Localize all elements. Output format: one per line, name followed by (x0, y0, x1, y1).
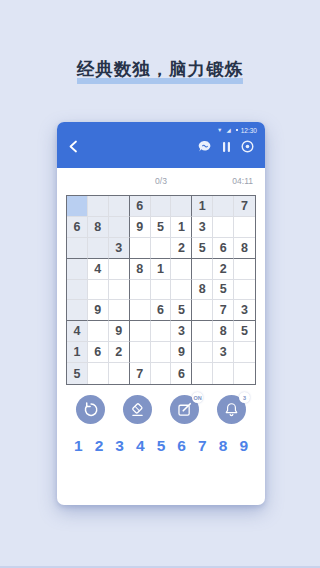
sudoku-cell-r2c6[interactable]: 1 (171, 217, 192, 238)
settings-button[interactable] (241, 140, 254, 153)
sudoku-cell-r2c7[interactable]: 3 (192, 217, 213, 238)
game-timer: 04:11 (232, 176, 253, 186)
sudoku-cell-r3c9[interactable]: 8 (234, 238, 255, 259)
sudoku-cell-r9c8[interactable] (213, 363, 234, 384)
sudoku-cell-r9c6[interactable]: 6 (171, 363, 192, 384)
sudoku-cell-r1c8[interactable] (213, 196, 234, 217)
numpad-2[interactable]: 2 (95, 437, 104, 455)
sudoku-cell-r4c2[interactable]: 4 (88, 259, 109, 280)
sudoku-cell-r7c2[interactable] (88, 321, 109, 342)
sudoku-cell-r7c3[interactable]: 9 (109, 321, 130, 342)
chat-icon (198, 140, 212, 153)
sudoku-cell-r7c4[interactable] (130, 321, 151, 342)
sudoku-cell-r8c4[interactable] (130, 342, 151, 363)
sudoku-cell-r5c1[interactable] (67, 280, 88, 301)
sudoku-cell-r6c8[interactable]: 7 (213, 300, 234, 321)
sudoku-cell-r1c7[interactable]: 1 (192, 196, 213, 217)
sudoku-cell-r4c1[interactable] (67, 259, 88, 280)
number-pad: 123456789 (57, 437, 265, 455)
bell-icon (223, 401, 240, 418)
sudoku-cell-r2c1[interactable]: 6 (67, 217, 88, 238)
numpad-1[interactable]: 1 (74, 437, 83, 455)
sudoku-cell-r3c1[interactable] (67, 238, 88, 259)
chat-button[interactable] (198, 140, 212, 153)
sudoku-cell-r1c6[interactable] (171, 196, 192, 217)
sudoku-cell-r1c2[interactable] (88, 196, 109, 217)
sudoku-cell-r3c8[interactable]: 6 (213, 238, 234, 259)
sudoku-cell-r2c2[interactable]: 8 (88, 217, 109, 238)
sudoku-cell-r9c1[interactable]: 5 (67, 363, 88, 384)
sudoku-cell-r6c2[interactable]: 9 (88, 300, 109, 321)
sudoku-cell-r4c5[interactable]: 1 (151, 259, 172, 280)
sudoku-cell-r7c7[interactable] (192, 321, 213, 342)
sudoku-cell-r6c1[interactable] (67, 300, 88, 321)
undo-icon (82, 401, 99, 418)
sudoku-cell-r7c9[interactable]: 5 (234, 321, 255, 342)
numpad-4[interactable]: 4 (136, 437, 145, 455)
numpad-9[interactable]: 9 (239, 437, 248, 455)
sudoku-cell-r1c5[interactable] (151, 196, 172, 217)
signal-icon: ◢ (226, 128, 230, 134)
numpad-5[interactable]: 5 (157, 437, 166, 455)
sudoku-cell-r6c9[interactable]: 3 (234, 300, 255, 321)
game-info-row: 0/3 04:11 (57, 168, 265, 195)
sudoku-cell-r8c7[interactable] (192, 342, 213, 363)
sudoku-cell-r5c8[interactable]: 5 (213, 280, 234, 301)
sudoku-cell-r5c5[interactable] (151, 280, 172, 301)
sudoku-cell-r4c6[interactable] (171, 259, 192, 280)
sudoku-cell-r3c3[interactable]: 3 (109, 238, 130, 259)
sudoku-cell-r4c8[interactable]: 2 (213, 259, 234, 280)
sudoku-cell-r1c1[interactable] (67, 196, 88, 217)
numpad-3[interactable]: 3 (115, 437, 124, 455)
target-icon (241, 140, 254, 153)
sudoku-cell-r7c8[interactable]: 8 (213, 321, 234, 342)
wifi-icon: ▼ (217, 128, 222, 134)
sudoku-cell-r7c5[interactable] (151, 321, 172, 342)
sudoku-cell-r8c6[interactable]: 9 (171, 342, 192, 363)
notes-button[interactable]: ON (170, 395, 199, 424)
undo-button[interactable] (76, 395, 105, 424)
sudoku-cell-r4c9[interactable] (234, 259, 255, 280)
sudoku-cell-r2c3[interactable] (109, 217, 130, 238)
sudoku-cell-r8c2[interactable]: 6 (88, 342, 109, 363)
app-header: ▼ ◢ 12:30 (57, 122, 265, 168)
pause-icon (222, 141, 231, 153)
sudoku-cell-r3c2[interactable] (88, 238, 109, 259)
status-bar: ▼ ◢ 12:30 (57, 122, 265, 136)
sudoku-cell-r8c9[interactable] (234, 342, 255, 363)
notes-badge: ON (192, 392, 203, 403)
sudoku-cell-r4c3[interactable] (109, 259, 130, 280)
sudoku-cell-r4c7[interactable] (192, 259, 213, 280)
sudoku-cell-r6c6[interactable]: 5 (171, 300, 192, 321)
sudoku-cell-r6c5[interactable]: 6 (151, 300, 172, 321)
sudoku-cell-r8c1[interactable]: 1 (67, 342, 88, 363)
sudoku-cell-r5c7[interactable]: 8 (192, 280, 213, 301)
sudoku-cell-r8c3[interactable]: 2 (109, 342, 130, 363)
sudoku-cell-r6c3[interactable] (109, 300, 130, 321)
sudoku-cell-r1c9[interactable]: 7 (234, 196, 255, 217)
sudoku-cell-r9c9[interactable] (234, 363, 255, 384)
numpad-7[interactable]: 7 (198, 437, 207, 455)
sudoku-cell-r2c8[interactable] (213, 217, 234, 238)
sudoku-cell-r2c4[interactable]: 9 (130, 217, 151, 238)
sudoku-cell-r2c9[interactable] (234, 217, 255, 238)
sudoku-cell-r9c7[interactable] (192, 363, 213, 384)
sudoku-cell-r5c2[interactable] (88, 280, 109, 301)
toolbar: ON 3 (57, 395, 265, 424)
edit-square-icon (176, 401, 193, 418)
sudoku-cell-r9c2[interactable] (88, 363, 109, 384)
phone-mockup: ▼ ◢ 12:30 (57, 122, 265, 505)
sudoku-cell-r5c4[interactable] (130, 280, 151, 301)
sudoku-cell-r7c1[interactable]: 4 (67, 321, 88, 342)
sudoku-cell-r8c5[interactable] (151, 342, 172, 363)
promo-banner: 经典数独，脑力锻炼 (0, 0, 320, 84)
sudoku-cell-r3c5[interactable] (151, 238, 172, 259)
sudoku-cell-r5c9[interactable] (234, 280, 255, 301)
sudoku-cell-r4c4[interactable]: 8 (130, 259, 151, 280)
hint-badge: 3 (239, 392, 250, 403)
nav-bar (57, 136, 265, 153)
sudoku-cell-r9c3[interactable] (109, 363, 130, 384)
status-time: 12:30 (241, 127, 257, 134)
eraser-button[interactable] (123, 395, 152, 424)
sudoku-cell-r6c7[interactable] (192, 300, 213, 321)
sudoku-cell-r9c4[interactable]: 7 (130, 363, 151, 384)
banner-title: 经典数独，脑力锻炼 (77, 57, 244, 84)
sudoku-cell-r9c5[interactable] (151, 363, 172, 384)
sudoku-cell-r6c4[interactable] (130, 300, 151, 321)
sudoku-cell-r1c3[interactable] (109, 196, 130, 217)
numpad-6[interactable]: 6 (177, 437, 186, 455)
back-button[interactable] (68, 140, 79, 153)
sudoku-cell-r5c3[interactable] (109, 280, 130, 301)
numpad-8[interactable]: 8 (219, 437, 228, 455)
sudoku-cell-r2c5[interactable]: 5 (151, 217, 172, 238)
sudoku-cell-r3c6[interactable]: 2 (171, 238, 192, 259)
sudoku-cell-r3c7[interactable]: 5 (192, 238, 213, 259)
chevron-left-icon (68, 140, 79, 153)
sudoku-cell-r8c8[interactable]: 3 (213, 342, 234, 363)
eraser-icon (129, 401, 146, 418)
nav-right-icons (198, 140, 254, 153)
sudoku-cell-r5c6[interactable] (171, 280, 192, 301)
sudoku-cell-r3c4[interactable] (130, 238, 151, 259)
sudoku-grid: 61768951332568481285965734938516293576 (66, 195, 256, 385)
sudoku-cell-r1c4[interactable]: 6 (130, 196, 151, 217)
hint-button[interactable]: 3 (217, 395, 246, 424)
pause-button[interactable] (222, 141, 231, 153)
sudoku-cell-r7c6[interactable]: 3 (171, 321, 192, 342)
